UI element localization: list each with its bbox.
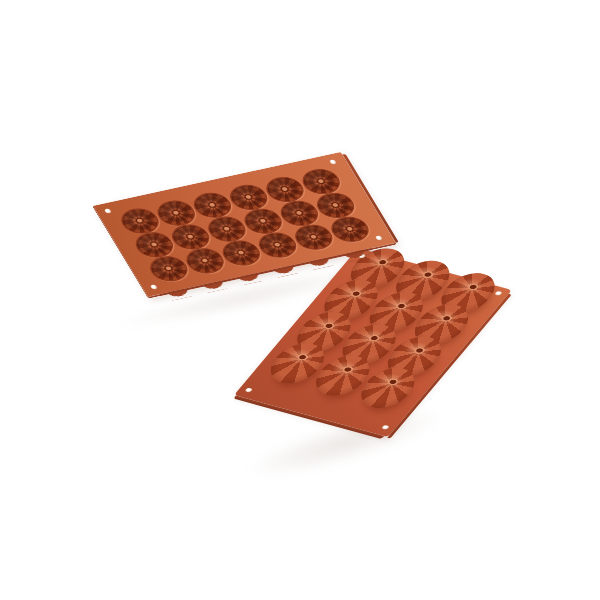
product-photo-canvas (0, 0, 600, 600)
bundt-cavity (326, 214, 375, 245)
